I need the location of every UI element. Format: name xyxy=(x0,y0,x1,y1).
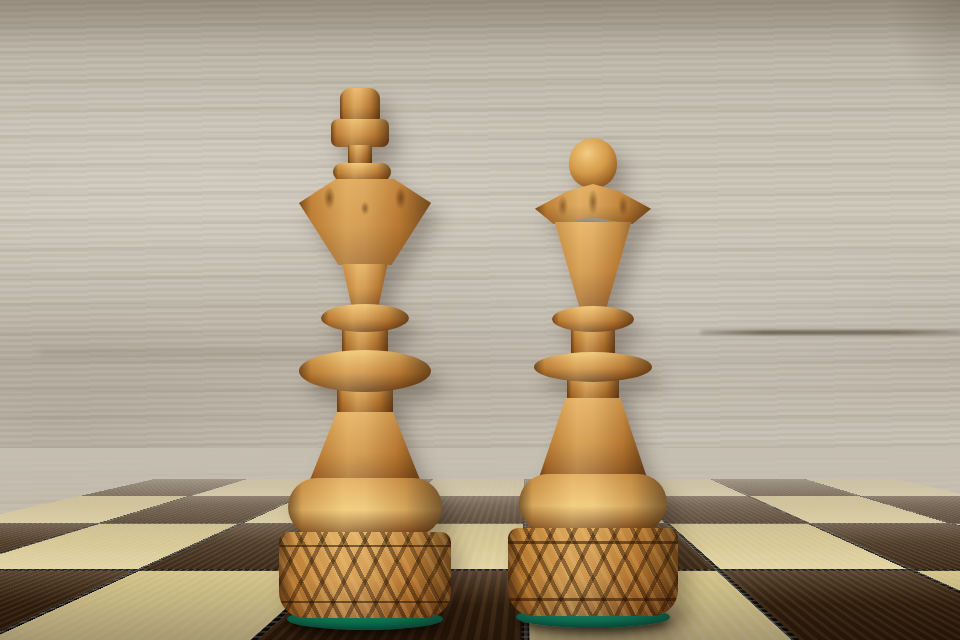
king-mid-disc xyxy=(299,350,431,392)
board-square xyxy=(954,524,960,569)
king-base-drum xyxy=(279,532,451,618)
king-bell-body xyxy=(304,412,426,486)
queen-mid-disc xyxy=(534,352,652,382)
king-cross-stem xyxy=(348,145,372,165)
queen-neck xyxy=(544,222,642,310)
queen-base-torus xyxy=(519,474,667,532)
king-neck xyxy=(338,264,392,308)
king-collar-ring xyxy=(321,304,409,332)
board-square xyxy=(812,524,960,569)
king-crown xyxy=(299,179,431,265)
photo-scene xyxy=(0,0,960,640)
queen-ball-finial xyxy=(569,138,617,188)
queen-base-drum xyxy=(508,528,678,616)
king-cross-knob xyxy=(340,88,380,122)
queen-coronet xyxy=(535,184,651,224)
board-square xyxy=(804,479,960,496)
queen-bell-body xyxy=(536,398,650,480)
board-square xyxy=(712,479,858,496)
board-grid xyxy=(0,479,960,640)
white-king-piece xyxy=(277,86,453,632)
king-cross-collar xyxy=(333,163,391,181)
white-queen-piece xyxy=(507,136,679,632)
chessboard xyxy=(0,0,960,640)
board-square xyxy=(863,496,960,522)
queen-collar-ring xyxy=(552,306,634,332)
king-base-torus xyxy=(288,478,442,536)
board-square xyxy=(751,496,946,522)
king-cross-icon xyxy=(331,119,389,147)
